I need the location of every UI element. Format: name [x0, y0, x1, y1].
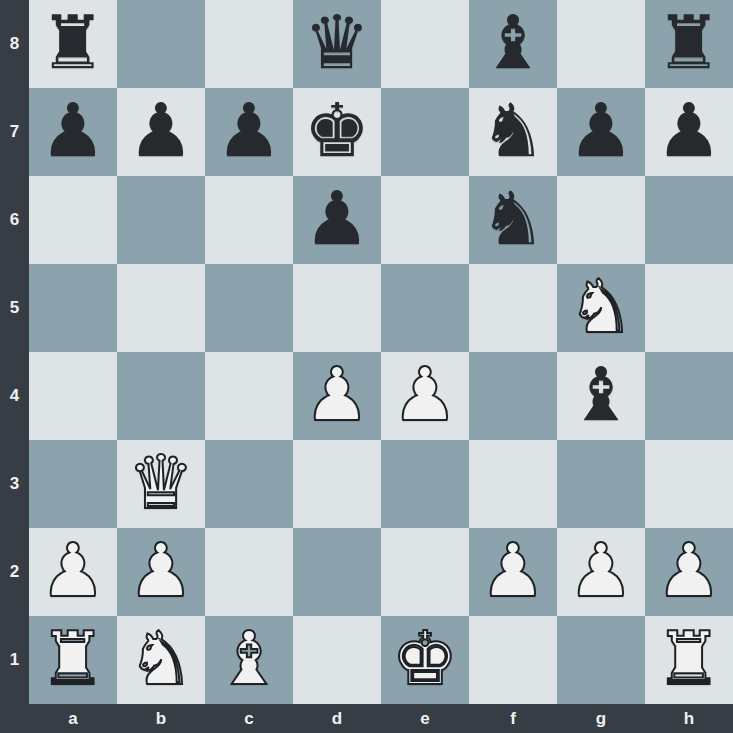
square-e1[interactable]: ♚ [381, 616, 469, 704]
square-d3[interactable] [293, 440, 381, 528]
square-h7[interactable]: ♟ [645, 88, 733, 176]
square-h8[interactable]: ♜ [645, 0, 733, 88]
piece-black-pawn[interactable]: ♟ [216, 93, 282, 167]
rank-label-6: 6 [0, 176, 29, 264]
square-g3[interactable] [557, 440, 645, 528]
piece-black-pawn[interactable]: ♟ [656, 93, 722, 167]
square-a6[interactable] [29, 176, 117, 264]
square-f4[interactable] [469, 352, 557, 440]
file-label-a: a [29, 704, 117, 733]
square-c7[interactable]: ♟ [205, 88, 293, 176]
square-g2[interactable]: ♟ [557, 528, 645, 616]
piece-black-rook[interactable]: ♜ [40, 5, 106, 79]
square-h5[interactable] [645, 264, 733, 352]
square-f2[interactable]: ♟ [469, 528, 557, 616]
piece-white-pawn[interactable]: ♟ [568, 533, 634, 607]
square-d8[interactable]: ♛ [293, 0, 381, 88]
piece-black-bishop[interactable]: ♝ [568, 357, 634, 431]
rank-label-1: 1 [0, 616, 29, 704]
piece-black-pawn[interactable]: ♟ [128, 93, 194, 167]
piece-black-pawn[interactable]: ♟ [40, 93, 106, 167]
square-b8[interactable] [117, 0, 205, 88]
square-d2[interactable] [293, 528, 381, 616]
file-label-c: c [205, 704, 293, 733]
file-label-d: d [293, 704, 381, 733]
square-b3[interactable]: ♛ [117, 440, 205, 528]
piece-black-knight[interactable]: ♞ [480, 93, 546, 167]
piece-black-knight[interactable]: ♞ [480, 181, 546, 255]
piece-white-pawn[interactable]: ♟ [392, 357, 458, 431]
piece-black-rook[interactable]: ♜ [656, 5, 722, 79]
rank-label-4: 4 [0, 352, 29, 440]
square-g7[interactable]: ♟ [557, 88, 645, 176]
file-label-f: f [469, 704, 557, 733]
square-f8[interactable]: ♝ [469, 0, 557, 88]
square-b4[interactable] [117, 352, 205, 440]
rank-label-8: 8 [0, 0, 29, 88]
square-a5[interactable] [29, 264, 117, 352]
rank-label-2: 2 [0, 528, 29, 616]
square-c3[interactable] [205, 440, 293, 528]
square-f5[interactable] [469, 264, 557, 352]
piece-white-pawn[interactable]: ♟ [304, 357, 370, 431]
piece-white-pawn[interactable]: ♟ [480, 533, 546, 607]
square-d6[interactable]: ♟ [293, 176, 381, 264]
square-b5[interactable] [117, 264, 205, 352]
file-label-h: h [645, 704, 733, 733]
square-b2[interactable]: ♟ [117, 528, 205, 616]
file-label-b: b [117, 704, 205, 733]
square-d1[interactable] [293, 616, 381, 704]
square-c1[interactable]: ♝ [205, 616, 293, 704]
square-d7[interactable]: ♚ [293, 88, 381, 176]
square-c2[interactable] [205, 528, 293, 616]
square-e6[interactable] [381, 176, 469, 264]
square-e8[interactable] [381, 0, 469, 88]
rank-label-5: 5 [0, 264, 29, 352]
piece-white-knight[interactable]: ♞ [128, 621, 194, 695]
square-d4[interactable]: ♟ [293, 352, 381, 440]
square-h6[interactable] [645, 176, 733, 264]
piece-black-pawn[interactable]: ♟ [568, 93, 634, 167]
square-a1[interactable]: ♜ [29, 616, 117, 704]
square-f1[interactable] [469, 616, 557, 704]
square-h4[interactable] [645, 352, 733, 440]
file-label-e: e [381, 704, 469, 733]
square-h2[interactable]: ♟ [645, 528, 733, 616]
piece-white-king[interactable]: ♚ [392, 621, 458, 695]
square-f3[interactable] [469, 440, 557, 528]
piece-black-bishop[interactable]: ♝ [480, 5, 546, 79]
square-g4[interactable]: ♝ [557, 352, 645, 440]
square-h3[interactable] [645, 440, 733, 528]
square-b1[interactable]: ♞ [117, 616, 205, 704]
square-g8[interactable] [557, 0, 645, 88]
square-d5[interactable] [293, 264, 381, 352]
square-e4[interactable]: ♟ [381, 352, 469, 440]
square-a7[interactable]: ♟ [29, 88, 117, 176]
piece-black-pawn[interactable]: ♟ [304, 181, 370, 255]
piece-white-pawn[interactable]: ♟ [128, 533, 194, 607]
square-b7[interactable]: ♟ [117, 88, 205, 176]
piece-white-rook[interactable]: ♜ [40, 621, 106, 695]
square-g5[interactable]: ♞ [557, 264, 645, 352]
chess-board: 8♜♛♝♜7♟♟♟♚♞♟♟6♟♞5♞4♟♟♝3♛2♟♟♟♟♟1♜♞♝♚♜abcd… [0, 0, 733, 733]
piece-white-rook[interactable]: ♜ [656, 621, 722, 695]
piece-white-knight[interactable]: ♞ [568, 269, 634, 343]
square-a4[interactable] [29, 352, 117, 440]
square-c8[interactable] [205, 0, 293, 88]
square-e3[interactable] [381, 440, 469, 528]
piece-black-king[interactable]: ♚ [304, 93, 370, 167]
piece-white-bishop[interactable]: ♝ [216, 621, 282, 695]
file-label-g: g [557, 704, 645, 733]
piece-white-pawn[interactable]: ♟ [40, 533, 106, 607]
square-a8[interactable]: ♜ [29, 0, 117, 88]
rank-label-7: 7 [0, 88, 29, 176]
rank-label-3: 3 [0, 440, 29, 528]
square-f6[interactable]: ♞ [469, 176, 557, 264]
square-c4[interactable] [205, 352, 293, 440]
square-e5[interactable] [381, 264, 469, 352]
piece-black-queen[interactable]: ♛ [304, 5, 370, 79]
square-g6[interactable] [557, 176, 645, 264]
board-corner [0, 704, 29, 733]
square-e7[interactable] [381, 88, 469, 176]
square-g1[interactable] [557, 616, 645, 704]
square-a3[interactable] [29, 440, 117, 528]
square-c5[interactable] [205, 264, 293, 352]
square-f7[interactable]: ♞ [469, 88, 557, 176]
square-a2[interactable]: ♟ [29, 528, 117, 616]
piece-white-queen[interactable]: ♛ [128, 445, 194, 519]
square-e2[interactable] [381, 528, 469, 616]
piece-white-pawn[interactable]: ♟ [656, 533, 722, 607]
square-c6[interactable] [205, 176, 293, 264]
square-b6[interactable] [117, 176, 205, 264]
square-h1[interactable]: ♜ [645, 616, 733, 704]
